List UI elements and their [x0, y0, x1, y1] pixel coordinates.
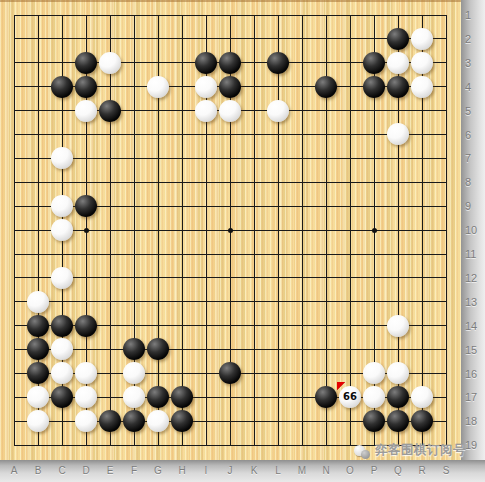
row-label-13: 13	[465, 295, 483, 309]
row-label-11: 11	[465, 247, 483, 261]
stones-layer: 66	[2, 3, 458, 457]
stone-black-D14	[75, 315, 97, 337]
stone-white-B18	[27, 410, 49, 432]
stone-black-Q17	[387, 386, 409, 408]
gray-stone-icon	[361, 450, 370, 459]
stone-black-D9	[75, 195, 97, 217]
stone-white-B17	[27, 386, 49, 408]
go-board[interactable]: 66	[0, 0, 461, 460]
column-label-S: S	[437, 465, 455, 476]
row-label-14: 14	[465, 319, 483, 333]
watermark-text: 弈客围棋订阅号	[375, 442, 466, 459]
column-label-C: C	[53, 465, 71, 476]
stone-black-C4	[51, 76, 73, 98]
stone-black-P4	[363, 76, 385, 98]
stone-white-Q16	[387, 362, 409, 384]
stone-white-F16	[123, 362, 145, 384]
stone-white-C10	[51, 219, 73, 241]
watermark: 弈客围棋订阅号	[354, 442, 466, 459]
stone-black-Q2	[387, 28, 409, 50]
stone-white-P16	[363, 362, 385, 384]
row-label-16: 16	[465, 367, 483, 381]
row-label-7: 7	[465, 151, 483, 165]
row-label-18: 18	[465, 414, 483, 428]
stone-black-N4	[315, 76, 337, 98]
move-number-label: 66	[343, 392, 357, 402]
stone-white-Q3	[387, 52, 409, 74]
row-label-19: 19	[465, 438, 483, 452]
column-label-O: O	[341, 465, 359, 476]
stone-black-Q18	[387, 410, 409, 432]
stone-black-B14	[27, 315, 49, 337]
stone-white-O17: 66	[339, 386, 361, 408]
row-label-9: 9	[465, 199, 483, 213]
stone-black-I3	[195, 52, 217, 74]
stone-black-J4	[219, 76, 241, 98]
stone-white-E3	[99, 52, 121, 74]
stone-black-R18	[411, 410, 433, 432]
row-label-12: 12	[465, 271, 483, 285]
row-label-15: 15	[465, 343, 483, 357]
stone-black-P3	[363, 52, 385, 74]
stone-white-R3	[411, 52, 433, 74]
column-label-Q: Q	[389, 465, 407, 476]
column-label-H: H	[173, 465, 191, 476]
go-stones-icon	[354, 443, 372, 459]
column-label-K: K	[245, 465, 263, 476]
stone-black-Q4	[387, 76, 409, 98]
stone-black-N17	[315, 386, 337, 408]
stone-black-P18	[363, 410, 385, 432]
stone-white-R2	[411, 28, 433, 50]
stone-white-D18	[75, 410, 97, 432]
column-label-J: J	[221, 465, 239, 476]
stone-white-C12	[51, 267, 73, 289]
stone-black-C14	[51, 315, 73, 337]
stone-black-J16	[219, 362, 241, 384]
stone-black-F18	[123, 410, 145, 432]
stone-black-B15	[27, 338, 49, 360]
stone-black-E18	[99, 410, 121, 432]
column-label-A: A	[5, 465, 23, 476]
column-label-R: R	[413, 465, 431, 476]
stone-white-B13	[27, 291, 49, 313]
stone-white-D5	[75, 100, 97, 122]
row-label-10: 10	[465, 223, 483, 237]
stone-white-D16	[75, 362, 97, 384]
stone-black-E5	[99, 100, 121, 122]
column-label-G: G	[149, 465, 167, 476]
stone-white-G4	[147, 76, 169, 98]
stone-white-C15	[51, 338, 73, 360]
stone-black-G17	[147, 386, 169, 408]
stone-black-D4	[75, 76, 97, 98]
column-label-E: E	[101, 465, 119, 476]
stone-white-G18	[147, 410, 169, 432]
column-label-P: P	[365, 465, 383, 476]
stone-black-D3	[75, 52, 97, 74]
row-label-8: 8	[465, 175, 483, 189]
row-label-2: 2	[465, 32, 483, 46]
stone-white-D17	[75, 386, 97, 408]
stone-white-P17	[363, 386, 385, 408]
row-label-17: 17	[465, 390, 483, 404]
stone-black-J3	[219, 52, 241, 74]
last-move-marker	[337, 382, 345, 390]
stone-black-F15	[123, 338, 145, 360]
column-label-I: I	[197, 465, 215, 476]
stone-white-C7	[51, 147, 73, 169]
stone-black-L3	[267, 52, 289, 74]
stone-black-G15	[147, 338, 169, 360]
column-label-M: M	[293, 465, 311, 476]
column-label-F: F	[125, 465, 143, 476]
go-diagram-screenshot: 66 12345678910111213141516171819 ABCDEFG…	[0, 0, 485, 482]
column-label-D: D	[77, 465, 95, 476]
stone-white-C9	[51, 195, 73, 217]
row-label-3: 3	[465, 56, 483, 70]
stone-white-F17	[123, 386, 145, 408]
right-coordinate-strip: 12345678910111213141516171819	[461, 0, 485, 460]
row-label-1: 1	[465, 8, 483, 22]
stone-black-H17	[171, 386, 193, 408]
stone-white-Q14	[387, 315, 409, 337]
stone-black-B16	[27, 362, 49, 384]
stone-black-C17	[51, 386, 73, 408]
column-label-N: N	[317, 465, 335, 476]
stone-white-L5	[267, 100, 289, 122]
bottom-coordinate-strip: ABCDEFGHIJKLMNOPQRS	[0, 460, 485, 482]
stone-white-I4	[195, 76, 217, 98]
column-label-B: B	[29, 465, 47, 476]
column-label-L: L	[269, 465, 287, 476]
stone-white-J5	[219, 100, 241, 122]
stone-white-I5	[195, 100, 217, 122]
row-label-4: 4	[465, 80, 483, 94]
stone-white-Q6	[387, 123, 409, 145]
stone-white-R17	[411, 386, 433, 408]
row-label-6: 6	[465, 128, 483, 142]
stone-white-R4	[411, 76, 433, 98]
stone-black-H18	[171, 410, 193, 432]
stone-white-C16	[51, 362, 73, 384]
row-label-5: 5	[465, 104, 483, 118]
